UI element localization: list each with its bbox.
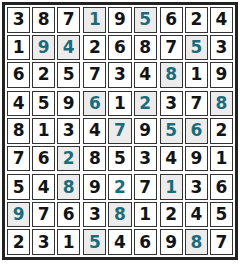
- cell-r6c7[interactable]: 4: [160, 146, 183, 172]
- cell-r3c7[interactable]: 8: [160, 62, 183, 88]
- cell-r4c5[interactable]: 1: [108, 91, 131, 117]
- cell-r4c3[interactable]: 9: [57, 91, 80, 117]
- cell-r2c9[interactable]: 3: [210, 35, 233, 61]
- cell-r3c6[interactable]: 4: [134, 62, 157, 88]
- cell-r7c5[interactable]: 2: [108, 174, 131, 200]
- cell-r2c4[interactable]: 2: [83, 35, 106, 61]
- cell-r3c8[interactable]: 1: [185, 62, 208, 88]
- cell-r2c5[interactable]: 6: [108, 35, 131, 61]
- block-6: 378562491: [160, 91, 233, 172]
- cell-r3c1[interactable]: 6: [7, 62, 30, 88]
- block-4: 459813762: [7, 91, 80, 172]
- cell-r6c1[interactable]: 7: [7, 146, 30, 172]
- cell-r3c5[interactable]: 3: [108, 62, 131, 88]
- cell-r8c4[interactable]: 3: [83, 202, 106, 228]
- cell-r4c1[interactable]: 4: [7, 91, 30, 117]
- cell-r5c5[interactable]: 7: [108, 118, 131, 144]
- cell-r3c2[interactable]: 2: [32, 62, 55, 88]
- cell-r1c3[interactable]: 7: [57, 7, 80, 33]
- cell-r6c4[interactable]: 8: [83, 146, 106, 172]
- cell-r5c1[interactable]: 8: [7, 118, 30, 144]
- cell-r9c1[interactable]: 2: [7, 229, 30, 255]
- block-1: 387194625: [7, 7, 80, 88]
- sudoku-board: 3871946251952687346247538194598137626124…: [2, 2, 238, 260]
- cell-r5c9[interactable]: 2: [210, 118, 233, 144]
- cell-r7c1[interactable]: 5: [7, 174, 30, 200]
- cell-r4c2[interactable]: 5: [32, 91, 55, 117]
- cell-r7c7[interactable]: 1: [160, 174, 183, 200]
- cell-r4c8[interactable]: 7: [185, 91, 208, 117]
- cell-r3c3[interactable]: 5: [57, 62, 80, 88]
- cell-r1c9[interactable]: 4: [210, 7, 233, 33]
- cell-r6c5[interactable]: 5: [108, 146, 131, 172]
- cell-r1c1[interactable]: 3: [7, 7, 30, 33]
- cell-r1c2[interactable]: 8: [32, 7, 55, 33]
- cell-r9c9[interactable]: 7: [210, 229, 233, 255]
- cell-r8c7[interactable]: 2: [160, 202, 183, 228]
- cell-r4c4[interactable]: 6: [83, 91, 106, 117]
- cell-r6c6[interactable]: 3: [134, 146, 157, 172]
- cell-r9c5[interactable]: 4: [108, 229, 131, 255]
- cell-r4c6[interactable]: 2: [134, 91, 157, 117]
- cell-r7c3[interactable]: 8: [57, 174, 80, 200]
- block-2: 195268734: [83, 7, 156, 88]
- cell-r8c6[interactable]: 1: [134, 202, 157, 228]
- cell-r1c6[interactable]: 5: [134, 7, 157, 33]
- cell-r8c2[interactable]: 7: [32, 202, 55, 228]
- cell-r5c2[interactable]: 1: [32, 118, 55, 144]
- cell-r6c8[interactable]: 9: [185, 146, 208, 172]
- cell-r1c4[interactable]: 1: [83, 7, 106, 33]
- cell-r8c5[interactable]: 8: [108, 202, 131, 228]
- cell-r2c7[interactable]: 7: [160, 35, 183, 61]
- cell-r9c2[interactable]: 3: [32, 229, 55, 255]
- cell-r6c9[interactable]: 1: [210, 146, 233, 172]
- cell-r3c4[interactable]: 7: [83, 62, 106, 88]
- block-8: 927381546: [83, 174, 156, 255]
- cell-r2c1[interactable]: 1: [7, 35, 30, 61]
- block-3: 624753819: [160, 7, 233, 88]
- block-9: 136245987: [160, 174, 233, 255]
- cell-r9c4[interactable]: 5: [83, 229, 106, 255]
- cell-r3c9[interactable]: 9: [210, 62, 233, 88]
- cell-r7c4[interactable]: 9: [83, 174, 106, 200]
- cell-r2c6[interactable]: 8: [134, 35, 157, 61]
- cell-r9c8[interactable]: 8: [185, 229, 208, 255]
- cell-r7c9[interactable]: 6: [210, 174, 233, 200]
- cell-r2c2[interactable]: 9: [32, 35, 55, 61]
- cell-r4c9[interactable]: 8: [210, 91, 233, 117]
- cell-r5c7[interactable]: 5: [160, 118, 183, 144]
- cell-r4c7[interactable]: 3: [160, 91, 183, 117]
- cell-r1c7[interactable]: 6: [160, 7, 183, 33]
- block-7: 548976231: [7, 174, 80, 255]
- cell-r6c2[interactable]: 6: [32, 146, 55, 172]
- cell-r7c2[interactable]: 4: [32, 174, 55, 200]
- cell-r5c3[interactable]: 3: [57, 118, 80, 144]
- cell-r9c7[interactable]: 9: [160, 229, 183, 255]
- cell-r7c6[interactable]: 7: [134, 174, 157, 200]
- block-5: 612479853: [83, 91, 156, 172]
- cell-r8c9[interactable]: 5: [210, 202, 233, 228]
- cell-r8c8[interactable]: 4: [185, 202, 208, 228]
- cell-r2c8[interactable]: 5: [185, 35, 208, 61]
- cell-r9c6[interactable]: 6: [134, 229, 157, 255]
- cell-r7c8[interactable]: 3: [185, 174, 208, 200]
- cell-r1c5[interactable]: 9: [108, 7, 131, 33]
- cell-r5c6[interactable]: 9: [134, 118, 157, 144]
- cell-r5c8[interactable]: 6: [185, 118, 208, 144]
- cell-r9c3[interactable]: 1: [57, 229, 80, 255]
- cell-r8c1[interactable]: 9: [7, 202, 30, 228]
- cell-r5c4[interactable]: 4: [83, 118, 106, 144]
- cell-r2c3[interactable]: 4: [57, 35, 80, 61]
- cell-r1c8[interactable]: 2: [185, 7, 208, 33]
- cell-r8c3[interactable]: 6: [57, 202, 80, 228]
- cell-r6c3[interactable]: 2: [57, 146, 80, 172]
